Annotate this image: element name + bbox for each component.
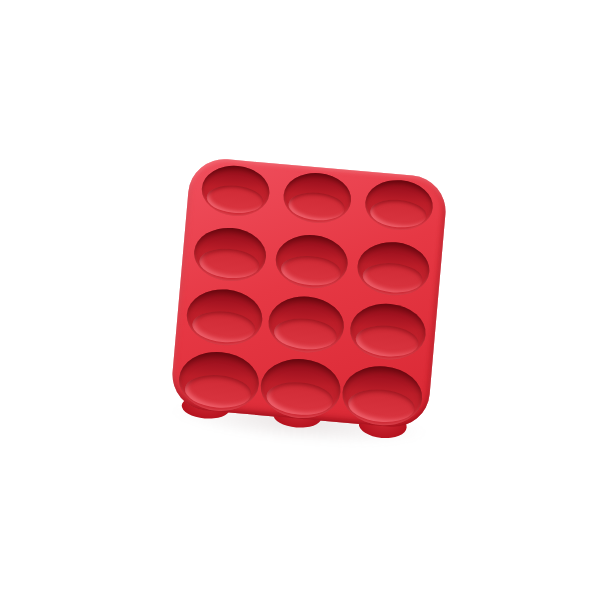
muffin-cup [274, 232, 350, 291]
muffin-cup [258, 356, 343, 422]
muffin-cup [355, 239, 431, 298]
cup-grid [176, 159, 443, 426]
muffin-cup [281, 170, 353, 226]
muffin-cup [348, 301, 428, 363]
muffin-cup [266, 294, 346, 356]
muffin-cup [192, 225, 268, 284]
muffin-cup [184, 287, 264, 349]
muffin-cup [340, 363, 425, 429]
product-photo [0, 0, 600, 600]
muffin-cup [363, 178, 435, 234]
muffin-pan [170, 156, 449, 430]
muffin-cup [200, 163, 272, 219]
muffin-cup [177, 348, 262, 414]
